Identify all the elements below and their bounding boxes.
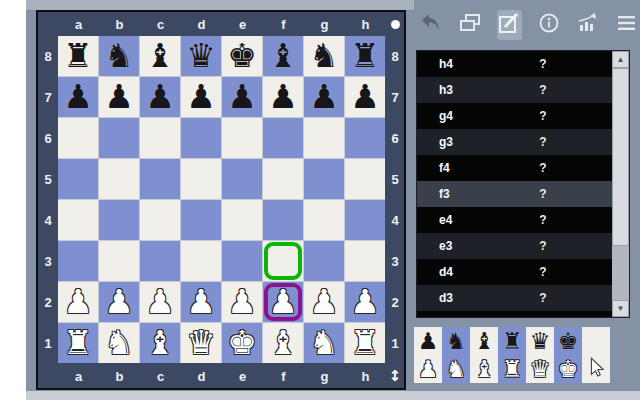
square-a2[interactable]: ♟ xyxy=(58,282,98,322)
rank-label-3: 3 xyxy=(38,241,58,282)
move-eval: ? xyxy=(532,285,554,311)
black-queen-d8[interactable]: ♛ xyxy=(186,36,216,76)
menu-button[interactable] xyxy=(615,10,640,40)
file-labels-bottom: abcdefgh xyxy=(58,364,386,388)
rank-label-8: 8 xyxy=(38,36,58,77)
rank-label-1: 1 xyxy=(38,323,58,364)
rank-label-6: 6 xyxy=(38,118,58,159)
black-pawn-icon: ♟ xyxy=(418,327,439,355)
back-icon xyxy=(419,11,443,39)
white-king-icon: ♚ xyxy=(558,355,579,383)
black-king-e8[interactable]: ♚ xyxy=(227,36,257,76)
palette-empty-cell xyxy=(582,327,610,355)
file-label-c: c xyxy=(140,364,181,388)
move-label: f4 xyxy=(439,155,450,181)
white-knight-g1[interactable]: ♞ xyxy=(309,323,339,363)
menu-icon xyxy=(615,11,639,39)
white-pawn-a2[interactable]: ♟ xyxy=(63,282,93,322)
back-button[interactable] xyxy=(418,10,443,40)
highlight-f3 xyxy=(264,242,302,280)
cascade-windows-button[interactable] xyxy=(457,10,482,40)
square-a6[interactable] xyxy=(58,118,98,158)
square-d7[interactable]: ♟ xyxy=(181,77,221,117)
file-label-d: d xyxy=(181,364,222,388)
square-a3[interactable] xyxy=(58,241,98,281)
move-eval: ? xyxy=(532,311,554,318)
move-row-f4[interactable]: f4? xyxy=(417,155,612,181)
black-knight-g8[interactable]: ♞ xyxy=(309,36,339,76)
rank-label-4: 4 xyxy=(386,200,404,241)
turn-indicator xyxy=(386,12,404,36)
square-a1[interactable]: ♜ xyxy=(58,323,98,363)
white-pawn-icon: ♟ xyxy=(418,355,439,383)
move-eval: ? xyxy=(532,77,554,103)
rank-label-2: 2 xyxy=(386,282,404,323)
palette-white-king[interactable]: ♚ xyxy=(554,355,582,383)
move-row-h4[interactable]: h4? xyxy=(417,51,612,77)
file-label-f: f xyxy=(263,364,304,388)
palette-black-rook[interactable]: ♜ xyxy=(498,327,526,355)
square-c6[interactable] xyxy=(140,118,180,158)
move-eval: ? xyxy=(532,103,554,129)
square-c7[interactable]: ♟ xyxy=(140,77,180,117)
square-d1[interactable]: ♛ xyxy=(181,323,221,363)
square-e8[interactable]: ♚ xyxy=(222,36,262,76)
square-g3[interactable] xyxy=(304,241,344,281)
move-list: h4?h3?g4?g3?f4?f3?e4?e3?d4?d3?c4? ▲ ▼ xyxy=(416,50,630,318)
move-eval: ? xyxy=(532,51,554,77)
palette-cursor-tool[interactable] xyxy=(582,355,610,383)
file-label-c: c xyxy=(140,12,181,36)
file-label-h: h xyxy=(345,12,386,36)
square-c1[interactable]: ♝ xyxy=(140,323,180,363)
square-c8[interactable]: ♝ xyxy=(140,36,180,76)
move-rows: h4?h3?g4?g3?f4?f3?e4?e3?d4?d3?c4? xyxy=(417,51,629,318)
square-b4[interactable] xyxy=(99,200,139,240)
file-labels-top: abcdefgh xyxy=(58,12,386,36)
piece-palette: ♟♞♝♜♛♚♟♞♝♜♛♚ xyxy=(414,327,610,383)
rank-label-7: 7 xyxy=(386,77,404,118)
rank-label-1: 1 xyxy=(386,323,404,364)
square-c4[interactable] xyxy=(140,200,180,240)
palette-black-pawn[interactable]: ♟ xyxy=(414,327,442,355)
window-bottom-edge xyxy=(26,391,640,400)
square-h3[interactable] xyxy=(345,241,385,281)
white-rook-h1[interactable]: ♜ xyxy=(350,323,380,363)
rank-label-3: 3 xyxy=(386,241,404,282)
file-label-g: g xyxy=(304,12,345,36)
rank-labels-right: 87654321 xyxy=(386,36,404,364)
turn-dot-icon xyxy=(391,20,400,29)
square-d5[interactable] xyxy=(181,159,221,199)
file-label-g: g xyxy=(304,364,345,388)
rank-label-5: 5 xyxy=(386,159,404,200)
black-king-icon: ♚ xyxy=(558,327,579,355)
white-queen-d1[interactable]: ♛ xyxy=(186,323,216,363)
move-label: g3 xyxy=(439,129,453,155)
palette-black-king[interactable]: ♚ xyxy=(554,327,582,355)
square-f6[interactable] xyxy=(263,118,303,158)
move-row-g3[interactable]: g3? xyxy=(417,129,612,155)
square-d2[interactable]: ♟ xyxy=(181,282,221,322)
scroll-down-button[interactable]: ▼ xyxy=(612,300,629,317)
chess-app-window: abcdefgh 87654321 ♜♞♝♛♚♝♞♜♟♟♟♟♟♟♟♟♟♟♟♟♟♟… xyxy=(0,0,640,400)
info-button[interactable] xyxy=(536,10,561,40)
square-h2[interactable]: ♟ xyxy=(345,282,385,322)
white-bishop-c1[interactable]: ♝ xyxy=(145,323,175,363)
move-label: f3 xyxy=(439,181,450,207)
square-b2[interactable]: ♟ xyxy=(99,282,139,322)
move-label: c4 xyxy=(439,311,452,318)
palette-white-rook[interactable]: ♜ xyxy=(498,355,526,383)
scrollbar-thumb[interactable] xyxy=(612,68,629,246)
cursor-arrow-icon xyxy=(585,356,607,382)
scroll-up-button[interactable]: ▲ xyxy=(612,51,629,68)
black-rook-a8[interactable]: ♜ xyxy=(63,36,93,76)
file-label-d: d xyxy=(181,12,222,36)
black-pawn-f7[interactable]: ♟ xyxy=(268,77,298,117)
black-bishop-f8[interactable]: ♝ xyxy=(268,36,298,76)
white-pawn-h2[interactable]: ♟ xyxy=(350,282,380,322)
square-f5[interactable] xyxy=(263,159,303,199)
square-g1[interactable]: ♞ xyxy=(304,323,344,363)
square-g7[interactable]: ♟ xyxy=(304,77,344,117)
file-label-a: a xyxy=(58,364,99,388)
black-pawn-g7[interactable]: ♟ xyxy=(309,77,339,117)
move-eval: ? xyxy=(532,129,554,155)
square-f4[interactable] xyxy=(263,200,303,240)
move-row-h3[interactable]: h3? xyxy=(417,77,612,103)
rank-labels-left: 87654321 xyxy=(38,36,58,364)
square-h1[interactable]: ♜ xyxy=(345,323,385,363)
palette-white-queen[interactable]: ♛ xyxy=(526,355,554,383)
black-pawn-c7[interactable]: ♟ xyxy=(145,77,175,117)
statistics-icon xyxy=(576,11,600,39)
square-d8[interactable]: ♛ xyxy=(181,36,221,76)
black-pawn-h7[interactable]: ♟ xyxy=(350,77,380,117)
rank-label-8: 8 xyxy=(386,36,404,77)
resize-arrows-icon: ↕ xyxy=(389,367,402,385)
move-eval: ? xyxy=(532,259,554,285)
square-d6[interactable] xyxy=(181,118,221,158)
square-e6[interactable] xyxy=(222,118,262,158)
white-bishop-icon: ♝ xyxy=(474,355,495,383)
move-label: g4 xyxy=(439,103,453,129)
square-e3[interactable] xyxy=(222,241,262,281)
square-h7[interactable]: ♟ xyxy=(345,77,385,117)
square-a7[interactable]: ♟ xyxy=(58,77,98,117)
rank-label-7: 7 xyxy=(38,77,58,118)
white-pawn-f2[interactable]: ♟ xyxy=(268,282,298,322)
square-f3[interactable] xyxy=(263,241,303,281)
move-label: e4 xyxy=(439,207,452,233)
statistics-button[interactable] xyxy=(575,10,600,40)
square-b8[interactable]: ♞ xyxy=(99,36,139,76)
white-rook-icon: ♜ xyxy=(502,355,523,383)
palette-white-bishop[interactable]: ♝ xyxy=(470,355,498,383)
move-row-d4[interactable]: d4? xyxy=(417,259,612,285)
black-queen-icon: ♛ xyxy=(530,327,551,355)
square-e5[interactable] xyxy=(222,159,262,199)
move-row-e4[interactable]: e4? xyxy=(417,207,612,233)
square-c5[interactable] xyxy=(140,159,180,199)
black-rook-h8[interactable]: ♜ xyxy=(350,36,380,76)
cascade-windows-icon xyxy=(458,11,482,39)
square-e7[interactable]: ♟ xyxy=(222,77,262,117)
square-c2[interactable]: ♟ xyxy=(140,282,180,322)
square-g8[interactable]: ♞ xyxy=(304,36,344,76)
move-label: d3 xyxy=(439,285,453,311)
square-d3[interactable] xyxy=(181,241,221,281)
square-h8[interactable]: ♜ xyxy=(345,36,385,76)
file-label-b: b xyxy=(99,12,140,36)
black-rook-icon: ♜ xyxy=(502,327,523,355)
square-e4[interactable] xyxy=(222,200,262,240)
white-queen-icon: ♛ xyxy=(530,355,551,383)
move-row-d3[interactable]: d3? xyxy=(417,285,612,311)
white-bishop-f1[interactable]: ♝ xyxy=(268,323,298,363)
square-b6[interactable] xyxy=(99,118,139,158)
move-eval: ? xyxy=(532,233,554,259)
move-row-f3[interactable]: f3? xyxy=(417,181,612,207)
square-b7[interactable]: ♟ xyxy=(99,77,139,117)
square-g2[interactable]: ♟ xyxy=(304,282,344,322)
white-pawn-c2[interactable]: ♟ xyxy=(145,282,175,322)
edit-icon xyxy=(497,11,521,39)
move-row-e3[interactable]: e3? xyxy=(417,233,612,259)
file-label-h: h xyxy=(345,364,386,388)
black-pawn-a7[interactable]: ♟ xyxy=(63,77,93,117)
black-pawn-e7[interactable]: ♟ xyxy=(227,77,257,117)
white-knight-icon: ♞ xyxy=(446,355,467,383)
rank-label-2: 2 xyxy=(38,282,58,323)
rank-label-6: 6 xyxy=(386,118,404,159)
palette-black-bishop[interactable]: ♝ xyxy=(470,327,498,355)
palette-black-knight[interactable]: ♞ xyxy=(442,327,470,355)
file-label-b: b xyxy=(99,364,140,388)
black-bishop-icon: ♝ xyxy=(474,327,495,355)
square-b3[interactable] xyxy=(99,241,139,281)
edit-button[interactable] xyxy=(497,10,522,40)
black-pawn-d7[interactable]: ♟ xyxy=(186,77,216,117)
file-label-a: a xyxy=(58,12,99,36)
move-label: d4 xyxy=(439,259,453,285)
square-c3[interactable] xyxy=(140,241,180,281)
move-label: h3 xyxy=(439,77,453,103)
white-pawn-g2[interactable]: ♟ xyxy=(309,282,339,322)
move-list-scrollbar[interactable]: ▲ ▼ xyxy=(612,51,629,317)
square-g6[interactable] xyxy=(304,118,344,158)
white-rook-a1[interactable]: ♜ xyxy=(63,323,93,363)
square-h4[interactable] xyxy=(345,200,385,240)
move-row-g4[interactable]: g4? xyxy=(417,103,612,129)
square-e1[interactable]: ♚ xyxy=(222,323,262,363)
square-a8[interactable]: ♜ xyxy=(58,36,98,76)
square-b5[interactable] xyxy=(99,159,139,199)
square-f7[interactable]: ♟ xyxy=(263,77,303,117)
square-f8[interactable]: ♝ xyxy=(263,36,303,76)
square-b1[interactable]: ♞ xyxy=(99,323,139,363)
black-knight-icon: ♞ xyxy=(446,327,467,355)
square-f2[interactable]: ♟ xyxy=(263,282,303,322)
square-a4[interactable] xyxy=(58,200,98,240)
square-e2[interactable]: ♟ xyxy=(222,282,262,322)
palette-white-knight[interactable]: ♞ xyxy=(442,355,470,383)
square-h5[interactable] xyxy=(345,159,385,199)
board-resize-corner[interactable]: ↕ xyxy=(386,364,404,388)
white-knight-b1[interactable]: ♞ xyxy=(104,323,134,363)
square-g4[interactable] xyxy=(304,200,344,240)
info-icon xyxy=(537,11,561,39)
palette-white-pawn[interactable]: ♟ xyxy=(414,355,442,383)
board-grid: ♜♞♝♛♚♝♞♜♟♟♟♟♟♟♟♟♟♟♟♟♟♟♟♟♜♞♝♛♚♝♞♜ xyxy=(58,36,385,363)
square-d4[interactable] xyxy=(181,200,221,240)
move-eval: ? xyxy=(532,155,554,181)
square-g5[interactable] xyxy=(304,159,344,199)
chess-board: abcdefgh 87654321 ♜♞♝♛♚♝♞♜♟♟♟♟♟♟♟♟♟♟♟♟♟♟… xyxy=(36,10,406,390)
file-label-e: e xyxy=(222,364,263,388)
move-eval: ? xyxy=(532,207,554,233)
file-label-f: f xyxy=(263,12,304,36)
move-label: h4 xyxy=(439,51,453,77)
white-pawn-d2[interactable]: ♟ xyxy=(186,282,216,322)
file-label-e: e xyxy=(222,12,263,36)
rank-label-4: 4 xyxy=(38,200,58,241)
white-king-e1[interactable]: ♚ xyxy=(227,323,257,363)
move-label: e3 xyxy=(439,233,452,259)
square-h6[interactable] xyxy=(345,118,385,158)
white-pawn-e2[interactable]: ♟ xyxy=(227,282,257,322)
square-f1[interactable]: ♝ xyxy=(263,323,303,363)
black-knight-b8[interactable]: ♞ xyxy=(104,36,134,76)
black-pawn-b7[interactable]: ♟ xyxy=(104,77,134,117)
move-row-c4[interactable]: c4? xyxy=(417,311,612,318)
palette-black-queen[interactable]: ♛ xyxy=(526,327,554,355)
black-bishop-c8[interactable]: ♝ xyxy=(145,36,175,76)
white-pawn-b2[interactable]: ♟ xyxy=(104,282,134,322)
right-toolbar xyxy=(416,0,640,50)
rank-label-5: 5 xyxy=(38,159,58,200)
square-a5[interactable] xyxy=(58,159,98,199)
move-eval: ? xyxy=(532,181,554,207)
